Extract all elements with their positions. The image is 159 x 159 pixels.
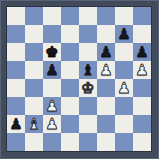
square-d4[interactable]: [61, 79, 79, 97]
square-d5[interactable]: [61, 61, 79, 79]
square-d1[interactable]: [61, 133, 79, 151]
square-c4[interactable]: [43, 79, 61, 97]
square-g4[interactable]: ♟: [115, 79, 133, 97]
square-e3[interactable]: [79, 97, 97, 115]
square-c8[interactable]: [43, 7, 61, 25]
square-g1[interactable]: [115, 133, 133, 151]
square-e2[interactable]: [79, 115, 97, 133]
square-c6[interactable]: ♚: [43, 43, 61, 61]
square-e4[interactable]: ♚: [79, 79, 97, 97]
square-g5[interactable]: [115, 61, 133, 79]
square-b2[interactable]: ♝: [25, 115, 43, 133]
square-e1[interactable]: [79, 133, 97, 151]
square-d7[interactable]: [61, 25, 79, 43]
piece-black-pawn: ♟: [133, 43, 151, 61]
square-g2[interactable]: [115, 115, 133, 133]
square-a8[interactable]: [7, 7, 25, 25]
piece-white-pawn: ♟: [115, 79, 133, 97]
square-g7[interactable]: ♟: [115, 25, 133, 43]
square-f3[interactable]: [97, 97, 115, 115]
square-c7[interactable]: [43, 25, 61, 43]
square-a2[interactable]: ♟: [7, 115, 25, 133]
piece-black-bishop: ♝: [79, 61, 97, 79]
square-e6[interactable]: [79, 43, 97, 61]
square-c3[interactable]: ♟: [43, 97, 61, 115]
square-f8[interactable]: [97, 7, 115, 25]
piece-black-pawn: ♟: [43, 61, 61, 79]
square-f7[interactable]: [97, 25, 115, 43]
square-c5[interactable]: ♟: [43, 61, 61, 79]
square-b1[interactable]: [25, 133, 43, 151]
piece-black-pawn: ♟: [115, 25, 133, 43]
piece-black-pawn: ♟: [97, 43, 115, 61]
square-h6[interactable]: ♟: [133, 43, 151, 61]
piece-white-pawn: ♟: [43, 115, 61, 133]
square-h1[interactable]: [133, 133, 151, 151]
square-c2[interactable]: ♟: [43, 115, 61, 133]
square-e7[interactable]: [79, 25, 97, 43]
square-b3[interactable]: [25, 97, 43, 115]
piece-white-pawn: ♟: [97, 61, 115, 79]
square-f5[interactable]: ♟: [97, 61, 115, 79]
square-b4[interactable]: [25, 79, 43, 97]
square-a6[interactable]: [7, 43, 25, 61]
square-h2[interactable]: [133, 115, 151, 133]
square-h3[interactable]: [133, 97, 151, 115]
square-d2[interactable]: [61, 115, 79, 133]
square-e8[interactable]: [79, 7, 97, 25]
square-b6[interactable]: [25, 43, 43, 61]
square-b5[interactable]: [25, 61, 43, 79]
square-e5[interactable]: ♝: [79, 61, 97, 79]
square-a3[interactable]: [7, 97, 25, 115]
piece-white-pawn: ♟: [43, 97, 61, 115]
square-a1[interactable]: [7, 133, 25, 151]
square-g6[interactable]: [115, 43, 133, 61]
square-f2[interactable]: [97, 115, 115, 133]
piece-white-bishop: ♝: [25, 115, 43, 133]
piece-black-king: ♚: [43, 43, 61, 61]
board-frame: ♟♚♟♟♟♝♟♟♚♟♟♟♝♟: [0, 0, 159, 159]
square-f1[interactable]: [97, 133, 115, 151]
square-h5[interactable]: ♟: [133, 61, 151, 79]
piece-black-pawn: ♟: [7, 115, 25, 133]
square-g8[interactable]: [115, 7, 133, 25]
square-f4[interactable]: [97, 79, 115, 97]
square-g3[interactable]: [115, 97, 133, 115]
chess-board: ♟♚♟♟♟♝♟♟♚♟♟♟♝♟: [7, 7, 151, 151]
square-a7[interactable]: [7, 25, 25, 43]
square-d6[interactable]: [61, 43, 79, 61]
square-b7[interactable]: [25, 25, 43, 43]
square-d3[interactable]: [61, 97, 79, 115]
square-a4[interactable]: [7, 79, 25, 97]
square-a5[interactable]: [7, 61, 25, 79]
square-f6[interactable]: ♟: [97, 43, 115, 61]
square-b8[interactable]: [25, 7, 43, 25]
square-h4[interactable]: [133, 79, 151, 97]
square-h8[interactable]: [133, 7, 151, 25]
square-d8[interactable]: [61, 7, 79, 25]
square-c1[interactable]: [43, 133, 61, 151]
square-h7[interactable]: [133, 25, 151, 43]
piece-white-king: ♚: [79, 79, 97, 97]
piece-white-pawn: ♟: [133, 61, 151, 79]
